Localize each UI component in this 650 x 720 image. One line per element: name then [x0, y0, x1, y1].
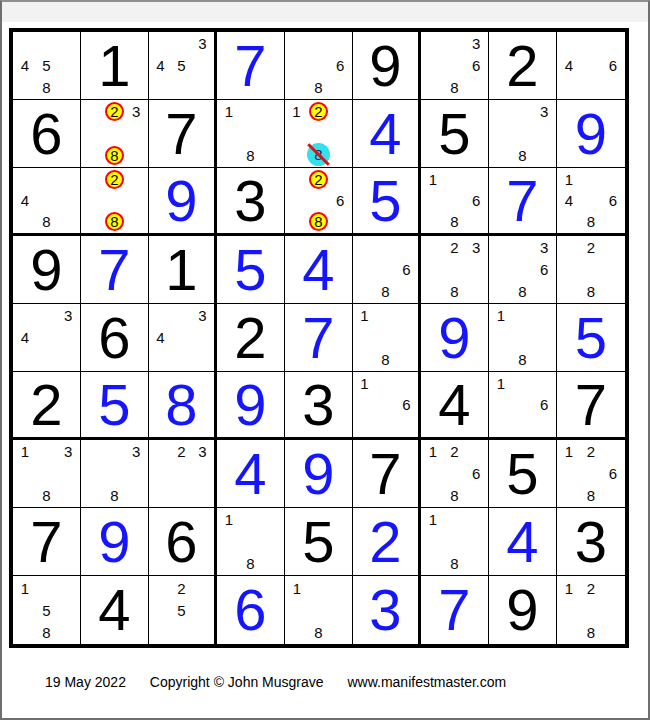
candidate-1: 1	[558, 577, 580, 599]
cell-r1c1[interactable]: 458	[13, 32, 81, 100]
cell-r1c8[interactable]: 2	[489, 32, 557, 100]
pencil-marks: 138	[14, 441, 79, 506]
candidate-5: 5	[171, 599, 192, 621]
candidate-8: 8	[240, 552, 262, 574]
pencil-marks: 158	[14, 577, 79, 643]
cell-r5c1[interactable]: 34	[13, 304, 81, 372]
cell-r5c3[interactable]: 34	[149, 304, 217, 372]
cell-r8c3[interactable]: 6	[149, 508, 217, 576]
given-digit: 5	[506, 445, 538, 503]
candidate-3: 3	[192, 441, 213, 463]
cell-r4c6[interactable]: 68	[353, 236, 421, 304]
candidate-8: 8	[240, 144, 262, 166]
given-digit: 1	[165, 241, 197, 299]
pencil-marks: 18	[286, 577, 351, 643]
solved-digit: 4	[302, 241, 334, 299]
pencil-marks: 368	[422, 33, 487, 98]
cell-r8c6[interactable]: 2	[353, 508, 421, 576]
cell-r8c5[interactable]: 5	[285, 508, 353, 576]
pencil-marks: 18	[490, 305, 555, 370]
candidate-6: 6	[602, 190, 624, 211]
candidate-8: 8	[580, 484, 602, 506]
cell-r1c2[interactable]: 1	[81, 32, 149, 100]
cell-r9c2[interactable]: 4	[81, 576, 149, 644]
candidate-2-chain-circle: 2	[105, 170, 124, 189]
cell-r3c7[interactable]: 168	[421, 168, 489, 236]
cell-r6c6[interactable]: 16	[353, 372, 421, 440]
cell-r2c1[interactable]: 6	[13, 100, 81, 168]
candidate-3: 3	[533, 237, 555, 259]
candidate-3: 3	[465, 237, 487, 259]
cell-r7c3[interactable]: 23	[149, 440, 217, 508]
cell-r4c1[interactable]: 9	[13, 236, 81, 304]
candidate-6: 6	[329, 55, 351, 77]
solved-digit: 9	[98, 513, 130, 571]
solved-digit: 2	[369, 513, 401, 571]
candidate-8: 8	[444, 280, 466, 302]
candidate-6: 6	[465, 55, 487, 77]
pencil-marks: 128	[558, 577, 624, 643]
pencil-marks: 1268	[422, 441, 487, 506]
candidate-1: 1	[558, 441, 580, 463]
candidate-3: 3	[192, 33, 213, 55]
given-digit: 3	[575, 513, 607, 571]
cell-r2c2[interactable]: 238	[81, 100, 149, 168]
footer-copyright: Copyright © John Musgrave	[150, 674, 324, 690]
candidate-4: 4	[14, 55, 36, 77]
candidate-8: 8	[444, 211, 466, 232]
pencil-marks: 46	[558, 33, 624, 98]
candidate-6: 6	[465, 190, 487, 211]
cell-r2c7[interactable]: 5	[421, 100, 489, 168]
cell-r4c2[interactable]: 7	[81, 236, 149, 304]
candidate-4: 4	[14, 190, 36, 211]
cell-r3c9[interactable]: 1468	[557, 168, 625, 236]
cell-r1c3[interactable]: 345	[149, 32, 217, 100]
cell-r8c9[interactable]: 3	[557, 508, 625, 576]
candidate-3: 3	[465, 33, 487, 55]
cell-r8c1[interactable]: 7	[13, 508, 81, 576]
cell-r9c5[interactable]: 18	[285, 576, 353, 644]
cell-r1c6[interactable]: 9	[353, 32, 421, 100]
candidate-1: 1	[218, 509, 240, 531]
candidate-3: 3	[192, 305, 213, 327]
candidate-8-chain-circle: 8	[309, 212, 328, 231]
candidate-6: 6	[465, 463, 487, 485]
candidate-1: 1	[558, 169, 580, 190]
solved-digit: 5	[234, 241, 266, 299]
candidate-6: 6	[602, 55, 624, 77]
cell-r3c6[interactable]: 5	[353, 168, 421, 236]
candidate-8: 8	[36, 76, 58, 98]
candidate-2: 2	[171, 441, 192, 463]
given-digit: 9	[506, 581, 538, 639]
cell-r1c4[interactable]: 7	[217, 32, 285, 100]
cell-r7c4[interactable]: 4	[217, 440, 285, 508]
candidate-1: 1	[422, 169, 444, 190]
candidate-8: 8	[36, 621, 58, 643]
cell-r3c5[interactable]: 268	[285, 168, 353, 236]
cell-r6c4[interactable]: 9	[217, 372, 285, 440]
solved-digit: 4	[506, 513, 538, 571]
solved-digit: 8	[165, 376, 197, 434]
cell-r8c2[interactable]: 9	[81, 508, 149, 576]
cell-r5c6[interactable]: 18	[353, 304, 421, 372]
candidate-1: 1	[422, 509, 444, 531]
solved-digit: 9	[438, 309, 470, 367]
solved-digit: 7	[302, 309, 334, 367]
pencil-marks: 28	[558, 237, 624, 302]
candidate-3: 3	[57, 305, 79, 327]
cell-r2c5[interactable]: 128	[285, 100, 353, 168]
cell-r7c8[interactable]: 5	[489, 440, 557, 508]
pencil-marks: 18	[422, 509, 487, 574]
pencil-marks: 18	[218, 101, 283, 166]
sudoku-board: 4581345768936824662387181284538948289326…	[9, 28, 629, 648]
solved-digit: 7	[438, 581, 470, 639]
pencil-marks: 68	[286, 33, 351, 98]
candidate-3: 3	[125, 441, 147, 463]
given-digit: 9	[369, 37, 401, 95]
candidate-6: 6	[533, 394, 555, 415]
candidate-1: 1	[218, 101, 240, 123]
pencil-marks: 345	[150, 33, 213, 98]
solved-digit: 5	[369, 172, 401, 230]
solved-digit: 4	[369, 105, 401, 163]
pencil-marks: 38	[490, 101, 555, 166]
cell-r9c6[interactable]: 3	[353, 576, 421, 644]
pencil-marks: 368	[490, 237, 555, 302]
candidate-1: 1	[286, 101, 307, 122]
cell-r4c3[interactable]: 1	[149, 236, 217, 304]
candidate-6: 6	[329, 190, 351, 211]
cell-r7c9[interactable]: 1268	[557, 440, 625, 508]
given-digit: 3	[234, 172, 266, 230]
pencil-marks: 23	[150, 441, 213, 506]
cell-r3c8[interactable]: 7	[489, 168, 557, 236]
solved-digit: 4	[234, 445, 266, 503]
solved-digit: 9	[575, 105, 607, 163]
pencil-marks: 238	[82, 101, 147, 166]
pencil-marks: 268	[286, 169, 351, 232]
cell-r3c3[interactable]: 9	[149, 168, 217, 236]
candidate-2: 2	[444, 237, 466, 259]
candidate-8: 8	[104, 484, 126, 506]
cell-r6c2[interactable]: 5	[81, 372, 149, 440]
cell-r2c3[interactable]: 7	[149, 100, 217, 168]
cell-r5c5[interactable]: 7	[285, 304, 353, 372]
pencil-marks: 48	[14, 169, 79, 232]
solved-digit: 5	[575, 309, 607, 367]
footer-website-link[interactable]: www.manifestmaster.com	[347, 674, 506, 690]
cell-r5c2[interactable]: 6	[81, 304, 149, 372]
pencil-marks: 1468	[558, 169, 624, 232]
cell-r6c3[interactable]: 8	[149, 372, 217, 440]
given-digit: 6	[165, 513, 197, 571]
pencil-marks: 34	[14, 305, 79, 370]
solved-digit: 9	[234, 376, 266, 434]
candidate-1: 1	[354, 305, 375, 327]
solved-digit: 9	[165, 172, 197, 230]
candidate-5: 5	[171, 55, 192, 77]
candidate-8-chain-circle: 8	[105, 146, 124, 165]
cell-r5c9[interactable]: 5	[557, 304, 625, 372]
given-digit: 4	[438, 376, 470, 434]
given-digit: 7	[575, 376, 607, 434]
pencil-marks: 18	[218, 509, 283, 574]
candidate-1: 1	[354, 373, 375, 394]
footer-date: 19 May 2022	[45, 674, 126, 690]
candidate-1: 1	[14, 577, 36, 599]
candidate-6: 6	[396, 259, 417, 281]
candidate-2: 2	[580, 441, 602, 463]
cell-r2c9[interactable]: 9	[557, 100, 625, 168]
cell-r1c5[interactable]: 68	[285, 32, 353, 100]
candidate-2: 2	[444, 441, 466, 463]
candidate-8: 8	[580, 211, 602, 232]
given-digit: 1	[98, 37, 130, 95]
given-digit: 4	[98, 581, 130, 639]
candidate-1: 1	[286, 577, 308, 599]
cell-r6c7[interactable]: 4	[421, 372, 489, 440]
cell-r7c2[interactable]: 38	[81, 440, 149, 508]
candidate-5: 5	[36, 55, 58, 77]
candidate-8-elimination: 8	[307, 143, 330, 166]
cell-r5c4[interactable]: 2	[217, 304, 285, 372]
candidate-3: 3	[125, 101, 147, 123]
candidate-2-chain-circle: 2	[105, 102, 124, 121]
cell-r2c6[interactable]: 4	[353, 100, 421, 168]
cell-r4c8[interactable]: 368	[489, 236, 557, 304]
cell-r4c5[interactable]: 4	[285, 236, 353, 304]
pencil-marks: 25	[150, 577, 213, 643]
candidate-8: 8	[36, 211, 58, 232]
given-digit: 7	[30, 513, 62, 571]
cell-r7c1[interactable]: 138	[13, 440, 81, 508]
candidate-5: 5	[36, 599, 58, 621]
candidate-2-chain-circle: 2	[309, 102, 328, 121]
pencil-marks: 18	[354, 305, 417, 370]
given-digit: 2	[234, 309, 266, 367]
solved-digit: 3	[369, 581, 401, 639]
candidate-8: 8	[444, 76, 466, 98]
candidate-2: 2	[580, 237, 602, 259]
cell-r9c8[interactable]: 9	[489, 576, 557, 644]
cell-r9c3[interactable]: 25	[149, 576, 217, 644]
candidate-1: 1	[14, 441, 36, 463]
cell-r6c1[interactable]: 2	[13, 372, 81, 440]
cell-r4c4[interactable]: 5	[217, 236, 285, 304]
given-digit: 5	[438, 105, 470, 163]
candidate-4: 4	[150, 55, 171, 77]
candidate-1: 1	[490, 305, 512, 327]
cell-r2c8[interactable]: 38	[489, 100, 557, 168]
cell-r1c7[interactable]: 368	[421, 32, 489, 100]
solved-digit: 7	[98, 241, 130, 299]
solved-digit: 5	[98, 376, 130, 434]
given-digit: 2	[30, 376, 62, 434]
candidate-1: 1	[490, 373, 512, 394]
cell-r5c7[interactable]: 9	[421, 304, 489, 372]
pencil-marks: 128	[286, 101, 351, 166]
candidate-8: 8	[375, 280, 396, 302]
cell-r3c2[interactable]: 28	[81, 168, 149, 236]
candidate-8: 8	[308, 76, 330, 98]
candidate-8: 8	[36, 484, 58, 506]
candidate-8: 8	[580, 621, 602, 643]
candidate-8: 8	[444, 484, 466, 506]
candidate-8: 8	[512, 280, 534, 302]
pencil-marks: 458	[14, 33, 79, 98]
given-digit: 5	[302, 513, 334, 571]
given-digit: 6	[30, 105, 62, 163]
given-digit: 2	[506, 37, 538, 95]
candidate-2: 2	[171, 577, 192, 599]
cell-r6c8[interactable]: 16	[489, 372, 557, 440]
cell-r8c7[interactable]: 18	[421, 508, 489, 576]
cell-r7c6[interactable]: 7	[353, 440, 421, 508]
cell-r9c4[interactable]: 6	[217, 576, 285, 644]
candidate-6: 6	[396, 394, 417, 415]
cell-r9c7[interactable]: 7	[421, 576, 489, 644]
page: 4581345768936824662387181284538948289326…	[0, 0, 650, 720]
cell-r3c1[interactable]: 48	[13, 168, 81, 236]
candidate-6: 6	[533, 259, 555, 281]
cell-r4c7[interactable]: 238	[421, 236, 489, 304]
pencil-marks: 16	[354, 373, 417, 436]
given-digit: 6	[98, 309, 130, 367]
candidate-1: 1	[422, 441, 444, 463]
cell-r8c8[interactable]: 4	[489, 508, 557, 576]
given-digit: 9	[30, 241, 62, 299]
candidate-8: 8	[375, 348, 396, 370]
given-digit: 3	[302, 376, 334, 434]
candidate-8: 8	[580, 280, 602, 302]
candidate-4: 4	[558, 190, 580, 211]
top-band	[2, 2, 648, 22]
pencil-marks: 168	[422, 169, 487, 232]
cell-r9c9[interactable]: 128	[557, 576, 625, 644]
pencil-marks: 16	[490, 373, 555, 436]
cell-r9c1[interactable]: 158	[13, 576, 81, 644]
cell-r3c4[interactable]: 3	[217, 168, 285, 236]
pencil-marks: 38	[82, 441, 147, 506]
candidate-2: 2	[580, 577, 602, 599]
cell-r6c9[interactable]: 7	[557, 372, 625, 440]
candidate-3: 3	[533, 101, 555, 123]
candidate-8: 8	[444, 552, 466, 574]
candidate-6: 6	[602, 463, 624, 485]
candidate-8: 8	[512, 144, 534, 166]
cell-r5c8[interactable]: 18	[489, 304, 557, 372]
solved-digit: 9	[302, 445, 334, 503]
given-digit: 7	[165, 105, 197, 163]
candidate-3: 3	[57, 441, 79, 463]
footer: 19 May 2022 Copyright © John Musgrave ww…	[45, 674, 648, 690]
cell-r4c9[interactable]: 28	[557, 236, 625, 304]
pencil-marks: 28	[82, 169, 147, 232]
pencil-marks: 34	[150, 305, 213, 370]
candidate-4: 4	[150, 327, 171, 349]
solved-digit: 7	[506, 172, 538, 230]
given-digit: 7	[369, 445, 401, 503]
candidate-8: 8	[308, 621, 330, 643]
pencil-marks: 238	[422, 237, 487, 302]
candidate-2-chain-circle: 2	[309, 170, 328, 189]
candidate-8: 8	[512, 348, 534, 370]
cell-r2c4[interactable]: 18	[217, 100, 285, 168]
cell-r7c5[interactable]: 9	[285, 440, 353, 508]
pencil-marks: 68	[354, 237, 417, 302]
candidate-8-chain-circle: 8	[105, 212, 124, 231]
solved-digit: 6	[234, 581, 266, 639]
pencil-marks: 1268	[558, 441, 624, 506]
solved-digit: 7	[234, 37, 266, 95]
cell-r7c7[interactable]: 1268	[421, 440, 489, 508]
candidate-4: 4	[558, 55, 580, 77]
cell-r1c9[interactable]: 46	[557, 32, 625, 100]
cell-r6c5[interactable]: 3	[285, 372, 353, 440]
candidate-4: 4	[14, 327, 36, 349]
cell-r8c4[interactable]: 18	[217, 508, 285, 576]
